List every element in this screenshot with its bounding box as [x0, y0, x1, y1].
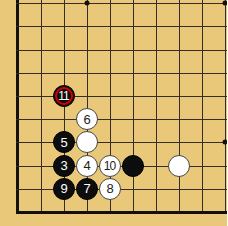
board-bottom-edge — [16, 211, 227, 214]
stone-number: 11 — [58, 90, 68, 102]
grid-line-horizontal — [16, 119, 227, 120]
stone-black-f3 — [122, 155, 144, 177]
stone-white-d4 — [76, 131, 98, 153]
grid-line-vertical — [179, 0, 180, 214]
grid-line-vertical — [133, 0, 134, 214]
stone-white-e3: 10 — [99, 155, 121, 177]
stone-black-c3: 3 — [53, 155, 75, 177]
grid-line-vertical — [156, 0, 157, 214]
grid-line-horizontal — [16, 50, 227, 51]
stone-black-d2: 7 — [76, 178, 98, 200]
stone-number: 4 — [83, 159, 90, 172]
stone-number: 3 — [60, 159, 67, 172]
stone-white-e2: 8 — [99, 178, 121, 200]
grid-line-horizontal — [16, 142, 227, 143]
grid-line-horizontal — [16, 189, 227, 190]
go-diagram: 11653410978 — [0, 0, 227, 226]
stone-white-d5: 6 — [76, 108, 98, 130]
grid-line-horizontal — [16, 96, 227, 97]
star-point-d10 — [85, 1, 90, 6]
stone-number: 10 — [104, 160, 115, 172]
star-point-k10 — [223, 1, 228, 6]
stone-white-h3 — [168, 155, 190, 177]
stone-black-c2: 9 — [53, 178, 75, 200]
stone-black-c4: 5 — [53, 131, 75, 153]
stone-number: 6 — [83, 113, 90, 126]
stone-number: 9 — [60, 182, 67, 195]
grid-line-horizontal — [16, 26, 227, 27]
grid-line-horizontal — [16, 73, 227, 74]
grid-line-vertical — [225, 0, 226, 214]
grid-line-vertical — [202, 0, 203, 214]
stone-number: 7 — [83, 182, 90, 195]
stone-number: 5 — [60, 136, 67, 149]
stone-number: 8 — [106, 182, 113, 195]
star-point-k4 — [223, 140, 228, 145]
stone-black-c6: 11 — [53, 85, 75, 107]
grid-line-horizontal — [16, 3, 227, 4]
stone-white-d3: 4 — [76, 155, 98, 177]
grid-line-vertical — [41, 0, 42, 214]
board-left-edge — [16, 0, 19, 214]
